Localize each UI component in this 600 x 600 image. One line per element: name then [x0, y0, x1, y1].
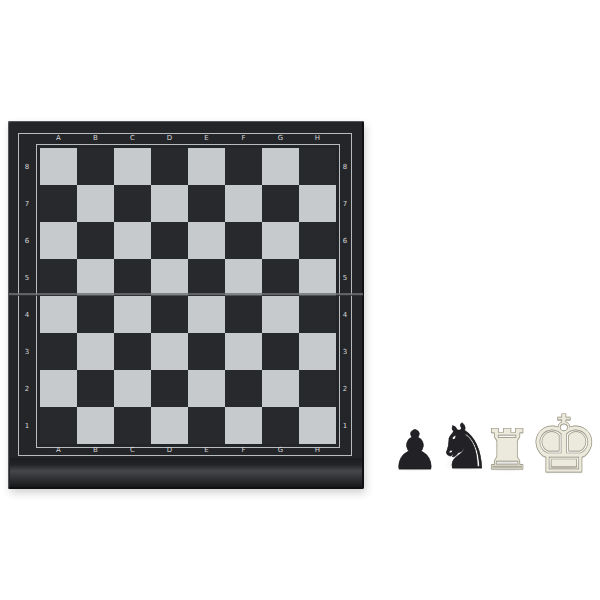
square-e3[interactable] — [188, 333, 225, 370]
square-f6[interactable] — [225, 222, 262, 259]
rank-label: 1 — [338, 407, 352, 444]
file-label: H — [299, 446, 336, 455]
square-b6[interactable] — [77, 222, 114, 259]
file-label: E — [188, 134, 225, 143]
file-label: C — [114, 446, 151, 455]
square-a6[interactable] — [40, 222, 77, 259]
square-h1[interactable] — [299, 407, 336, 444]
square-e6[interactable] — [188, 222, 225, 259]
square-a7[interactable] — [40, 185, 77, 222]
file-label: D — [151, 134, 188, 143]
rank-label: 3 — [20, 333, 34, 370]
square-a3[interactable] — [40, 333, 77, 370]
square-c5[interactable] — [114, 259, 151, 296]
square-g8[interactable] — [262, 148, 299, 185]
square-d7[interactable] — [151, 185, 188, 222]
square-h7[interactable] — [299, 185, 336, 222]
file-labels-bottom: ABCDEFGH — [40, 446, 336, 455]
rank-label: 2 — [20, 370, 34, 407]
square-g5[interactable] — [262, 259, 299, 296]
rank-label: 6 — [20, 222, 34, 259]
square-h6[interactable] — [299, 222, 336, 259]
square-d1[interactable] — [151, 407, 188, 444]
rank-label: 5 — [338, 259, 352, 296]
square-g6[interactable] — [262, 222, 299, 259]
rank-label: 1 — [20, 407, 34, 444]
rank-label: 2 — [338, 370, 352, 407]
square-g4[interactable] — [262, 296, 299, 333]
square-f7[interactable] — [225, 185, 262, 222]
rank-label: 6 — [338, 222, 352, 259]
rank-label: 8 — [20, 148, 34, 185]
square-h3[interactable] — [299, 333, 336, 370]
square-h4[interactable] — [299, 296, 336, 333]
square-f4[interactable] — [225, 296, 262, 333]
square-h8[interactable] — [299, 148, 336, 185]
file-label: G — [262, 134, 299, 143]
square-c1[interactable] — [114, 407, 151, 444]
file-label: B — [77, 134, 114, 143]
file-label: F — [225, 446, 262, 455]
square-f1[interactable] — [225, 407, 262, 444]
square-g1[interactable] — [262, 407, 299, 444]
white-king-piece[interactable]: ♚ — [528, 405, 598, 485]
board-folding-edge — [10, 458, 362, 487]
rank-labels-left: 87654321 — [20, 148, 34, 444]
square-b8[interactable] — [77, 148, 114, 185]
square-b7[interactable] — [77, 185, 114, 222]
square-c7[interactable] — [114, 185, 151, 222]
rank-label: 8 — [338, 148, 352, 185]
square-e2[interactable] — [188, 370, 225, 407]
square-g3[interactable] — [262, 333, 299, 370]
rank-label: 7 — [20, 185, 34, 222]
square-b1[interactable] — [77, 407, 114, 444]
file-label: H — [299, 134, 336, 143]
file-label: C — [114, 134, 151, 143]
file-label: G — [262, 446, 299, 455]
square-d5[interactable] — [151, 259, 188, 296]
square-f5[interactable] — [225, 259, 262, 296]
file-labels-top: ABCDEFGH — [40, 134, 336, 143]
square-d2[interactable] — [151, 370, 188, 407]
square-b2[interactable] — [77, 370, 114, 407]
file-label: F — [225, 134, 262, 143]
square-c4[interactable] — [114, 296, 151, 333]
square-e7[interactable] — [188, 185, 225, 222]
rank-labels-right: 87654321 — [338, 148, 352, 444]
photo-background: ABCDEFGH ABCDEFGH 87654321 87654321 ♟♞♜♚ — [0, 0, 600, 600]
chess-board: ABCDEFGH ABCDEFGH 87654321 87654321 — [8, 121, 364, 489]
file-label: A — [40, 446, 77, 455]
square-a4[interactable] — [40, 296, 77, 333]
rank-label: 3 — [338, 333, 352, 370]
square-a8[interactable] — [40, 148, 77, 185]
square-d6[interactable] — [151, 222, 188, 259]
square-h2[interactable] — [299, 370, 336, 407]
square-a5[interactable] — [40, 259, 77, 296]
square-a2[interactable] — [40, 370, 77, 407]
square-c3[interactable] — [114, 333, 151, 370]
square-f8[interactable] — [225, 148, 262, 185]
board-fold-seam — [9, 293, 363, 296]
square-a1[interactable] — [40, 407, 77, 444]
square-g2[interactable] — [262, 370, 299, 407]
file-label: E — [188, 446, 225, 455]
square-b3[interactable] — [77, 333, 114, 370]
square-d4[interactable] — [151, 296, 188, 333]
square-e8[interactable] — [188, 148, 225, 185]
square-e4[interactable] — [188, 296, 225, 333]
board-grid — [40, 148, 336, 444]
square-d8[interactable] — [151, 148, 188, 185]
square-c2[interactable] — [114, 370, 151, 407]
square-f2[interactable] — [225, 370, 262, 407]
square-g7[interactable] — [262, 185, 299, 222]
rank-label: 4 — [20, 296, 34, 333]
square-b5[interactable] — [77, 259, 114, 296]
square-b4[interactable] — [77, 296, 114, 333]
rank-label: 5 — [20, 259, 34, 296]
square-e5[interactable] — [188, 259, 225, 296]
file-label: D — [151, 446, 188, 455]
file-label: A — [40, 134, 77, 143]
square-d3[interactable] — [151, 333, 188, 370]
square-c6[interactable] — [114, 222, 151, 259]
square-f3[interactable] — [225, 333, 262, 370]
rank-label: 7 — [338, 185, 352, 222]
square-c8[interactable] — [114, 148, 151, 185]
square-h5[interactable] — [299, 259, 336, 296]
rank-label: 4 — [338, 296, 352, 333]
square-e1[interactable] — [188, 407, 225, 444]
file-label: B — [77, 446, 114, 455]
